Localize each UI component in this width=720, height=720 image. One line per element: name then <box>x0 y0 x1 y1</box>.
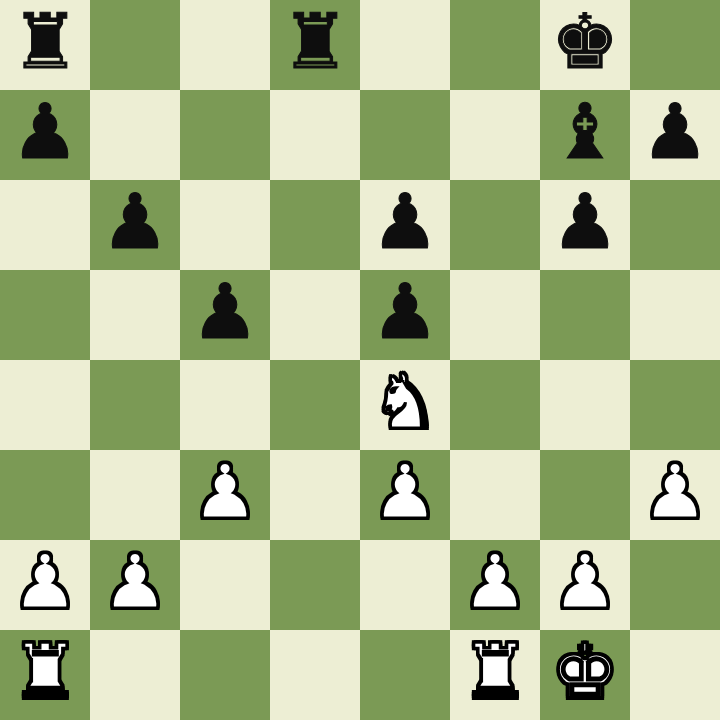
square-b6[interactable]: ♟ <box>90 180 180 270</box>
square-c2[interactable] <box>180 540 270 630</box>
white-king[interactable]: ♚ <box>551 627 619 717</box>
square-f4[interactable] <box>450 360 540 450</box>
black-pawn[interactable]: ♟ <box>551 177 619 267</box>
square-f8[interactable] <box>450 0 540 90</box>
square-e2[interactable] <box>360 540 450 630</box>
black-pawn[interactable]: ♟ <box>11 87 79 177</box>
square-c3[interactable]: ♟ <box>180 450 270 540</box>
black-rook[interactable]: ♜ <box>11 0 79 87</box>
black-pawn[interactable]: ♟ <box>371 177 439 267</box>
square-g4[interactable] <box>540 360 630 450</box>
square-g8[interactable]: ♚ <box>540 0 630 90</box>
square-g5[interactable] <box>540 270 630 360</box>
black-pawn[interactable]: ♟ <box>101 177 169 267</box>
square-a3[interactable] <box>0 450 90 540</box>
square-d2[interactable] <box>270 540 360 630</box>
square-b5[interactable] <box>90 270 180 360</box>
white-pawn[interactable]: ♟ <box>551 537 619 627</box>
square-f2[interactable]: ♟ <box>450 540 540 630</box>
square-h7[interactable]: ♟ <box>630 90 720 180</box>
white-pawn[interactable]: ♟ <box>191 447 259 537</box>
square-e5[interactable]: ♟ <box>360 270 450 360</box>
square-d5[interactable] <box>270 270 360 360</box>
chess-board: ♜♜♚♟♝♟♟♟♟♟♟♞♟♟♟♟♟♟♟♜♜♚ <box>0 0 720 720</box>
square-b7[interactable] <box>90 90 180 180</box>
square-e3[interactable]: ♟ <box>360 450 450 540</box>
square-g1[interactable]: ♚ <box>540 630 630 720</box>
square-a2[interactable]: ♟ <box>0 540 90 630</box>
square-g3[interactable] <box>540 450 630 540</box>
black-king[interactable]: ♚ <box>551 0 619 87</box>
square-e4[interactable]: ♞ <box>360 360 450 450</box>
square-h4[interactable] <box>630 360 720 450</box>
square-h8[interactable] <box>630 0 720 90</box>
square-b3[interactable] <box>90 450 180 540</box>
square-f5[interactable] <box>450 270 540 360</box>
square-a8[interactable]: ♜ <box>0 0 90 90</box>
square-b8[interactable] <box>90 0 180 90</box>
white-rook[interactable]: ♜ <box>461 627 529 717</box>
square-h5[interactable] <box>630 270 720 360</box>
square-d4[interactable] <box>270 360 360 450</box>
square-d1[interactable] <box>270 630 360 720</box>
square-f3[interactable] <box>450 450 540 540</box>
square-b4[interactable] <box>90 360 180 450</box>
square-c5[interactable]: ♟ <box>180 270 270 360</box>
square-f6[interactable] <box>450 180 540 270</box>
square-e7[interactable] <box>360 90 450 180</box>
square-a7[interactable]: ♟ <box>0 90 90 180</box>
white-pawn[interactable]: ♟ <box>641 447 709 537</box>
square-c4[interactable] <box>180 360 270 450</box>
square-d8[interactable]: ♜ <box>270 0 360 90</box>
square-c8[interactable] <box>180 0 270 90</box>
square-e8[interactable] <box>360 0 450 90</box>
square-a1[interactable]: ♜ <box>0 630 90 720</box>
square-a4[interactable] <box>0 360 90 450</box>
square-c6[interactable] <box>180 180 270 270</box>
square-a6[interactable] <box>0 180 90 270</box>
black-pawn[interactable]: ♟ <box>371 267 439 357</box>
square-f1[interactable]: ♜ <box>450 630 540 720</box>
square-g7[interactable]: ♝ <box>540 90 630 180</box>
square-h3[interactable]: ♟ <box>630 450 720 540</box>
white-pawn[interactable]: ♟ <box>101 537 169 627</box>
square-e1[interactable] <box>360 630 450 720</box>
white-pawn[interactable]: ♟ <box>11 537 79 627</box>
black-rook[interactable]: ♜ <box>281 0 349 87</box>
square-c7[interactable] <box>180 90 270 180</box>
square-h2[interactable] <box>630 540 720 630</box>
square-d7[interactable] <box>270 90 360 180</box>
square-f7[interactable] <box>450 90 540 180</box>
black-pawn[interactable]: ♟ <box>641 87 709 177</box>
square-a5[interactable] <box>0 270 90 360</box>
square-e6[interactable]: ♟ <box>360 180 450 270</box>
square-d6[interactable] <box>270 180 360 270</box>
black-bishop[interactable]: ♝ <box>551 87 619 177</box>
square-c1[interactable] <box>180 630 270 720</box>
white-pawn[interactable]: ♟ <box>371 447 439 537</box>
square-g2[interactable]: ♟ <box>540 540 630 630</box>
square-d3[interactable] <box>270 450 360 540</box>
square-h6[interactable] <box>630 180 720 270</box>
square-b1[interactable] <box>90 630 180 720</box>
white-pawn[interactable]: ♟ <box>461 537 529 627</box>
square-b2[interactable]: ♟ <box>90 540 180 630</box>
square-h1[interactable] <box>630 630 720 720</box>
white-rook[interactable]: ♜ <box>11 627 79 717</box>
white-knight[interactable]: ♞ <box>371 357 439 447</box>
square-g6[interactable]: ♟ <box>540 180 630 270</box>
black-pawn[interactable]: ♟ <box>191 267 259 357</box>
